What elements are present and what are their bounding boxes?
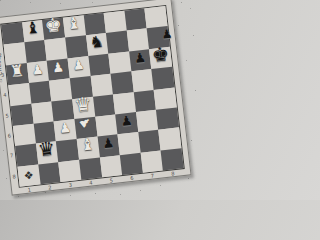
board-grid: ♝♚♝♞♜♟♟♟♟♚♛♟♟♟♛♝♟❖ — [0, 5, 185, 188]
bottom-label-1: 1 — [28, 186, 32, 192]
piece-bP-g6[interactable]: ♟ — [133, 51, 146, 65]
piece-wK-c8[interactable]: ♚ — [44, 15, 63, 36]
captured-black-pawn[interactable]: ♟ — [161, 27, 173, 42]
square-f7[interactable] — [106, 31, 129, 54]
square-a2[interactable] — [15, 144, 38, 167]
left-label-6: 6 — [7, 132, 11, 138]
square-f4[interactable] — [113, 92, 136, 115]
bottom-label-6: 6 — [130, 175, 134, 181]
piece-bN-e7[interactable]: ♞ — [89, 33, 105, 51]
square-g3[interactable] — [136, 110, 159, 133]
square-a8[interactable] — [1, 22, 24, 45]
bottom-label-2: 2 — [48, 184, 52, 190]
square-c1[interactable] — [58, 159, 81, 182]
square-h2[interactable] — [159, 128, 182, 151]
square-b8[interactable]: ♝ — [22, 20, 45, 43]
piece-wP-b6[interactable]: ♟ — [31, 62, 44, 76]
bottom-label-4: 4 — [89, 179, 93, 185]
piece-wB-d2[interactable]: ♝ — [80, 137, 96, 155]
square-h3[interactable] — [156, 107, 179, 130]
square-a5[interactable] — [8, 83, 31, 106]
piece-wP-c6[interactable]: ♟ — [52, 60, 65, 74]
piece-wB-d8[interactable]: ♝ — [66, 15, 82, 33]
square-a4[interactable] — [11, 103, 34, 126]
square-c3[interactable]: ♟ — [54, 119, 77, 142]
square-d1[interactable] — [79, 157, 102, 180]
square-e5[interactable] — [90, 74, 113, 97]
square-f8[interactable] — [104, 11, 127, 34]
square-b4[interactable] — [31, 101, 54, 124]
square-f6[interactable] — [108, 51, 131, 74]
bottom-label-7: 7 — [150, 172, 154, 178]
piece-wQ-d4[interactable]: ♛ — [73, 94, 92, 115]
square-e1[interactable] — [99, 155, 122, 178]
square-h8[interactable] — [145, 6, 168, 29]
square-f5[interactable] — [111, 71, 134, 94]
piece-wP-c3[interactable]: ♟ — [58, 121, 71, 135]
square-e2[interactable]: ♟ — [97, 135, 120, 158]
square-h1[interactable] — [161, 148, 184, 171]
square-h4[interactable] — [154, 87, 177, 110]
square-b7[interactable] — [24, 40, 47, 63]
piece-bP-e2[interactable]: ♟ — [102, 136, 115, 150]
square-b1[interactable] — [38, 162, 61, 185]
square-c2[interactable] — [56, 139, 79, 162]
square-e7[interactable]: ♞ — [86, 33, 109, 56]
piece-bK-h6[interactable]: ♚ — [151, 44, 170, 65]
square-g5[interactable] — [131, 69, 154, 92]
square-g1[interactable] — [140, 150, 163, 173]
square-a3[interactable] — [13, 124, 36, 147]
bottom-label-3: 3 — [69, 182, 73, 188]
square-c8[interactable]: ♚ — [42, 18, 65, 41]
piece-bP-f3[interactable]: ♟ — [120, 114, 133, 128]
square-e4[interactable] — [92, 94, 115, 117]
square-g2[interactable] — [138, 130, 161, 153]
square-d2[interactable]: ♝ — [77, 137, 100, 160]
square-h5[interactable] — [152, 67, 175, 90]
square-g7[interactable] — [127, 29, 150, 52]
piece-bQ-b2[interactable]: ♛ — [37, 139, 56, 160]
square-d8[interactable]: ♝ — [63, 15, 86, 38]
square-f3[interactable]: ♟ — [115, 112, 138, 135]
piece-wP-d6[interactable]: ♟ — [72, 58, 85, 72]
board-brand-logo-icon: ❖ — [23, 168, 34, 182]
square-b5[interactable] — [29, 81, 52, 104]
left-label-5: 5 — [5, 112, 9, 118]
square-a1[interactable]: ❖ — [17, 164, 40, 187]
square-e3[interactable] — [95, 114, 118, 137]
bottom-label-5: 5 — [110, 177, 114, 183]
square-c7[interactable] — [45, 38, 68, 61]
square-d6[interactable]: ♟ — [67, 56, 90, 79]
square-f1[interactable] — [120, 152, 143, 175]
chess-board: ♝♚♝♞♜♟♟♟♟♚♛♟♟♟♛♝♟❖ 12345678 12345678 ♘ C… — [0, 0, 192, 196]
square-c6[interactable]: ♟ — [47, 58, 70, 81]
square-h6[interactable]: ♚ — [149, 47, 172, 70]
square-d7[interactable] — [65, 36, 88, 59]
square-g6[interactable]: ♟ — [129, 49, 152, 72]
square-f2[interactable] — [118, 132, 141, 155]
piece-wR-a6[interactable]: ♜ — [9, 63, 25, 81]
square-c4[interactable] — [52, 99, 75, 122]
square-e6[interactable] — [88, 54, 111, 77]
piece-bB-b8[interactable]: ♝ — [25, 20, 41, 38]
left-label-4: 4 — [3, 92, 7, 98]
square-c5[interactable] — [49, 78, 72, 101]
square-g8[interactable] — [124, 8, 147, 31]
square-a6[interactable]: ♜ — [6, 63, 29, 86]
left-label-8: 8 — [12, 173, 16, 179]
bottom-label-8: 8 — [171, 170, 175, 176]
square-b6[interactable]: ♟ — [26, 61, 49, 84]
left-label-7: 7 — [10, 153, 14, 159]
square-g4[interactable] — [133, 89, 156, 112]
square-b2[interactable]: ♛ — [36, 142, 59, 165]
